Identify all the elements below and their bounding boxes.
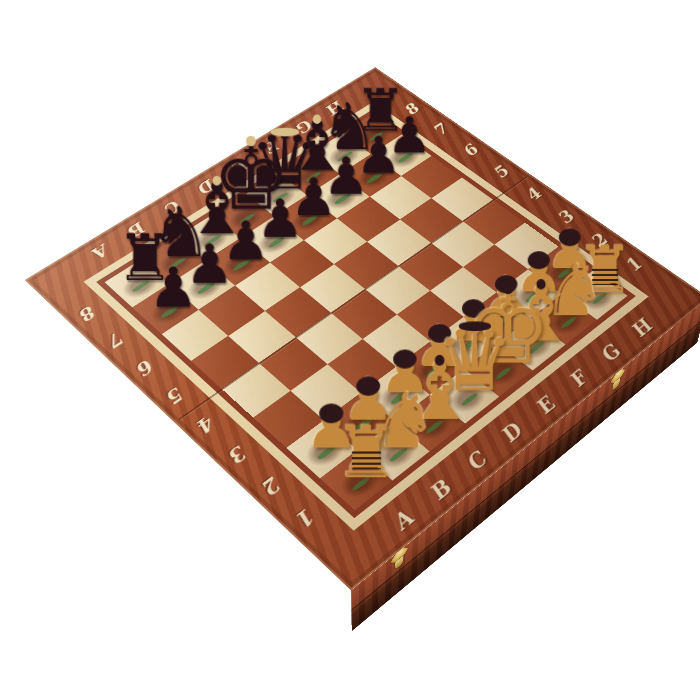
board-top-face: ♜♞♝♚♛♝♞♜♟♟♟♟♟♟♟♟♟♟♟♟♟♟♟♟♜♞♝♛♚♝♞♜ ABCDEFG… bbox=[25, 67, 700, 590]
pawn-icon: ♟ bbox=[149, 261, 198, 316]
finial-accent bbox=[435, 355, 445, 366]
square-e5[interactable] bbox=[334, 242, 398, 289]
finial-accent bbox=[246, 136, 256, 147]
square-e4[interactable] bbox=[365, 266, 430, 315]
finial-accent bbox=[503, 282, 514, 294]
rook-rings bbox=[352, 451, 381, 469]
piece-white-rook[interactable]: ♜ bbox=[334, 417, 398, 489]
product-photo-scene: ♜♞♝♚♛♝♞♜♟♟♟♟♟♟♟♟♟♟♟♟♟♟♟♟♜♞♝♛♚♝♞♜ ABCDEFG… bbox=[0, 0, 700, 700]
piece-black-pawn[interactable]: ♟ bbox=[149, 261, 198, 316]
finial-accent bbox=[212, 176, 221, 186]
finial-accent bbox=[458, 321, 490, 331]
chess-board: ♜♞♝♚♛♝♞♜♟♟♟♟♟♟♟♟♟♟♟♟♟♟♟♟♜♞♝♛♚♝♞♜ ABCDEFG… bbox=[25, 67, 700, 590]
